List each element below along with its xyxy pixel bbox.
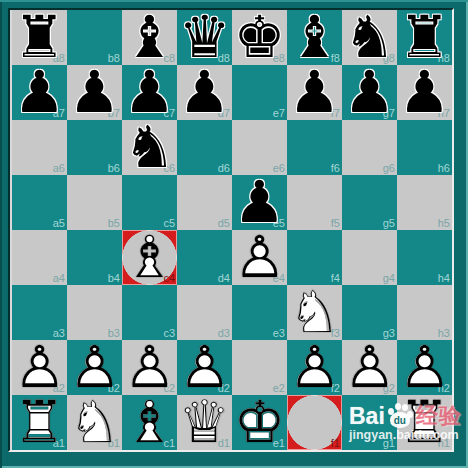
black-pawn[interactable]: ♟ [397,65,452,120]
baidu-watermark: Bai du 经验 jingyan.baidu.com [349,401,462,442]
baidu-logo: Bai du 经验 [349,401,462,431]
square-a6[interactable]: a6 [12,120,67,175]
piece-outline-glyph: ♕ [177,395,232,450]
square-d2[interactable]: ♟♙d2 [177,340,232,395]
black-bishop[interactable]: ♝ [122,10,177,65]
square-b1[interactable]: ♞♘b1 [67,395,122,450]
white-pawn[interactable]: ♟♙ [342,340,397,395]
square-g8[interactable]: ♞g8 [342,10,397,65]
square-coordinate-label: g6 [383,162,395,174]
piece-outline-glyph: ♗ [122,230,177,285]
square-a4[interactable]: a4 [12,230,67,285]
black-pawn[interactable]: ♟ [232,175,287,230]
square-c5[interactable]: c5 [122,175,177,230]
white-knight[interactable]: ♞♘ [67,395,122,450]
black-rook[interactable]: ♜ [397,10,452,65]
square-d4[interactable]: d4 [177,230,232,285]
black-rook[interactable]: ♜ [12,10,67,65]
square-c4[interactable]: ♝♗c4 [122,230,177,285]
piece-outline-glyph: ♙ [12,340,67,395]
piece-outline-glyph: ♙ [287,340,342,395]
square-e2[interactable]: e2 [232,340,287,395]
square-e4[interactable]: ♟♙e4 [232,230,287,285]
square-c6[interactable]: ♞c6 [122,120,177,175]
square-f8[interactable]: ♝f8 [287,10,342,65]
square-coordinate-label: d4 [218,272,230,284]
square-f7[interactable]: ♟f7 [287,65,342,120]
square-c8[interactable]: ♝c8 [122,10,177,65]
baidu-watermark-url: jingyan.baidu.com [349,428,462,442]
black-king[interactable]: ♚ [232,10,287,65]
square-coordinate-label: h5 [438,217,450,229]
square-f2[interactable]: ♟♙f2 [287,340,342,395]
square-coordinate-label: a4 [53,272,65,284]
square-c7[interactable]: ♟c7 [122,65,177,120]
black-pawn[interactable]: ♟ [177,65,232,120]
square-coordinate-label: e7 [273,107,285,119]
piece-outline-glyph: ♗ [122,395,177,450]
piece-outline-glyph: ♙ [232,230,287,285]
chess-board: ♜a8b8♝c8♛d8♚e8♝f8♞g8♜h8♟a7♟b7♟c7♟d7e7♟f7… [12,10,452,450]
square-g2[interactable]: ♟♙g2 [342,340,397,395]
square-c1[interactable]: ♝♗c1 [122,395,177,450]
piece-outline-glyph: ♙ [397,340,452,395]
baidu-logo-text-bai: Bai [349,403,385,430]
black-pawn[interactable]: ♟ [342,65,397,120]
square-h6[interactable]: h6 [397,120,452,175]
square-coordinate-label: h6 [438,162,450,174]
square-coordinate-label: a5 [53,217,65,229]
square-e3[interactable]: e3 [232,285,287,340]
square-a8[interactable]: ♜a8 [12,10,67,65]
square-d7[interactable]: ♟d7 [177,65,232,120]
square-e5[interactable]: ♟e5 [232,175,287,230]
black-pawn[interactable]: ♟ [67,65,122,120]
white-pawn[interactable]: ♟♙ [287,340,342,395]
square-e1[interactable]: ♚♔e1 [232,395,287,450]
piece-outline-glyph: ♖ [12,395,67,450]
baidu-logo-text-du: du [392,414,408,427]
white-bishop[interactable]: ♝♗ [122,230,177,285]
square-coordinate-label: d5 [218,217,230,229]
square-h3[interactable]: h3 [397,285,452,340]
black-queen[interactable]: ♛ [177,10,232,65]
square-e8[interactable]: ♚e8 [232,10,287,65]
white-bishop[interactable]: ♝♗ [122,395,177,450]
white-knight[interactable]: ♞♘ [287,285,342,340]
square-h4[interactable]: h4 [397,230,452,285]
black-knight[interactable]: ♞ [122,120,177,175]
white-pawn[interactable]: ♟♙ [177,340,232,395]
square-coordinate-label: g5 [383,217,395,229]
square-d6[interactable]: d6 [177,120,232,175]
baidu-paw-icon: du [386,402,414,430]
square-coordinate-label: h4 [438,272,450,284]
white-queen[interactable]: ♛♕ [177,395,232,450]
white-pawn[interactable]: ♟♙ [232,230,287,285]
square-d3[interactable]: d3 [177,285,232,340]
piece-outline-glyph: ♘ [287,285,342,340]
square-coordinate-label: f6 [331,162,340,174]
square-g7[interactable]: ♟g7 [342,65,397,120]
square-b3[interactable]: b3 [67,285,122,340]
square-f6[interactable]: f6 [287,120,342,175]
black-pawn[interactable]: ♟ [287,65,342,120]
black-pawn[interactable]: ♟ [122,65,177,120]
square-coordinate-label: a6 [53,162,65,174]
black-bishop[interactable]: ♝ [287,10,342,65]
square-h5[interactable]: h5 [397,175,452,230]
square-f4[interactable]: f4 [287,230,342,285]
square-h7[interactable]: ♟h7 [397,65,452,120]
square-d5[interactable]: d5 [177,175,232,230]
white-pawn[interactable]: ♟♙ [122,340,177,395]
square-coordinate-label: b5 [108,217,120,229]
square-g3[interactable]: g3 [342,285,397,340]
square-a1[interactable]: ♜♖a1 [12,395,67,450]
piece-outline-glyph: ♙ [67,340,122,395]
white-pawn[interactable]: ♟♙ [67,340,122,395]
square-f5[interactable]: f5 [287,175,342,230]
square-d1[interactable]: ♛♕d1 [177,395,232,450]
square-a2[interactable]: ♟♙a2 [12,340,67,395]
square-c2[interactable]: ♟♙c2 [122,340,177,395]
square-coordinate-label: b6 [108,162,120,174]
white-rook[interactable]: ♜♖ [12,395,67,450]
square-e6[interactable]: e6 [232,120,287,175]
piece-outline-glyph: ♙ [122,340,177,395]
square-coordinate-label: d6 [218,162,230,174]
square-b4[interactable]: b4 [67,230,122,285]
baidu-jingyan-cn-text: 经验 [416,401,462,431]
black-knight[interactable]: ♞ [342,10,397,65]
square-coordinate-label: e3 [273,327,285,339]
square-e7[interactable]: e7 [232,65,287,120]
square-g6[interactable]: g6 [342,120,397,175]
square-coordinate-label: b4 [108,272,120,284]
square-b8[interactable]: b8 [67,10,122,65]
piece-outline-glyph: ♙ [177,340,232,395]
square-b5[interactable]: b5 [67,175,122,230]
chess-board-frame: ♜a8b8♝c8♛d8♚e8♝f8♞g8♜h8♟a7♟b7♟c7♟d7e7♟f7… [8,8,454,452]
square-coordinate-label: f5 [331,217,340,229]
square-coordinate-label: g4 [383,272,395,284]
white-king[interactable]: ♚♔ [232,395,287,450]
square-a7[interactable]: ♟a7 [12,65,67,120]
square-c3[interactable]: c3 [122,285,177,340]
square-a3[interactable]: a3 [12,285,67,340]
square-b6[interactable]: b6 [67,120,122,175]
square-f1[interactable]: f1 [287,395,342,450]
piece-outline-glyph: ♔ [232,395,287,450]
square-h2[interactable]: ♟♙h2 [397,340,452,395]
square-f3[interactable]: ♞♘f3 [287,285,342,340]
piece-outline-glyph: ♙ [342,340,397,395]
square-g5[interactable]: g5 [342,175,397,230]
white-pawn[interactable]: ♟♙ [397,340,452,395]
square-g4[interactable]: g4 [342,230,397,285]
square-h8[interactable]: ♜h8 [397,10,452,65]
square-d8[interactable]: ♛d8 [177,10,232,65]
black-pawn[interactable]: ♟ [12,65,67,120]
square-b2[interactable]: ♟♙b2 [67,340,122,395]
chess-board-inner: ♜a8b8♝c8♛d8♚e8♝f8♞g8♜h8♟a7♟b7♟c7♟d7e7♟f7… [10,10,452,450]
piece-outline-glyph: ♘ [67,395,122,450]
square-a5[interactable]: a5 [12,175,67,230]
square-b7[interactable]: ♟b7 [67,65,122,120]
square-coordinate-label: f1 [331,437,340,449]
white-pawn[interactable]: ♟♙ [12,340,67,395]
